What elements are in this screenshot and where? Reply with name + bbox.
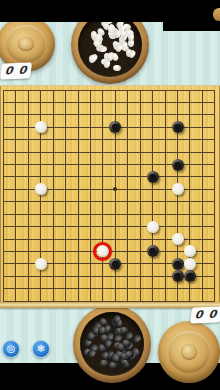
top-black-bar bbox=[0, 0, 220, 22]
grid-line-horizontal bbox=[3, 114, 215, 115]
board-edge bbox=[0, 302, 220, 308]
white-bowl-stone bbox=[111, 52, 120, 62]
grid-line-horizontal bbox=[3, 214, 215, 215]
black-bowl-stone bbox=[99, 359, 110, 369]
white-bowl-stone bbox=[98, 46, 106, 52]
top-black-bar-extension bbox=[163, 22, 220, 31]
black-stone: ● bbox=[172, 258, 184, 270]
target-icon: ◎ bbox=[7, 344, 16, 354]
black-stone: ● bbox=[172, 121, 184, 133]
black-stones-bowl bbox=[73, 305, 151, 383]
white-stone: ○ bbox=[35, 121, 47, 133]
white-stone: ○ bbox=[147, 221, 159, 233]
grid-line-vertical bbox=[28, 90, 29, 302]
grid-line-horizontal bbox=[3, 90, 215, 91]
target-button[interactable]: ◎ bbox=[2, 340, 20, 358]
grid-line-horizontal bbox=[3, 226, 215, 227]
white-bowl-stone bbox=[112, 64, 121, 72]
white-stone: ○ bbox=[35, 183, 47, 195]
grid-line-vertical bbox=[3, 90, 4, 302]
grid-line-horizontal bbox=[3, 139, 215, 140]
white-stone: ○ bbox=[35, 258, 47, 270]
grid-line-vertical bbox=[65, 90, 66, 302]
black-stone: ● bbox=[109, 258, 121, 270]
grid-line-vertical bbox=[53, 90, 54, 302]
star-point bbox=[113, 187, 117, 191]
black-stone: ● bbox=[109, 121, 121, 133]
white-stone: ○ bbox=[184, 245, 196, 257]
grid-line-vertical bbox=[165, 90, 166, 302]
grid-line-vertical bbox=[15, 90, 16, 302]
go-board[interactable]: ○●●●●○○○○○●○○●●○●● bbox=[0, 85, 220, 308]
grid-line-horizontal bbox=[3, 152, 215, 153]
grid-line-vertical bbox=[140, 90, 141, 302]
snowflake-icon: ❄ bbox=[37, 344, 45, 354]
black-stone: ● bbox=[147, 245, 159, 257]
black-bowl-stone bbox=[86, 331, 94, 341]
black-bowl-stone bbox=[113, 334, 122, 341]
bowl-lid-knob bbox=[18, 37, 33, 52]
white-stone: ○ bbox=[172, 233, 184, 245]
bowl-lid-knob bbox=[181, 344, 197, 360]
last-move-marker bbox=[93, 242, 112, 261]
grid-line-horizontal bbox=[3, 102, 215, 103]
black-stone: ● bbox=[172, 159, 184, 171]
capture-counter-black: 0 0 bbox=[190, 306, 220, 323]
capture-counter-white: 0 0 bbox=[0, 62, 32, 79]
white-stone: ○ bbox=[184, 258, 196, 270]
black-stone: ● bbox=[147, 171, 159, 183]
white-bowl-stone bbox=[108, 27, 116, 33]
grid-line-vertical bbox=[202, 90, 203, 302]
black-stone-bowl-lid bbox=[158, 321, 220, 383]
go-game-screen: 0 0 0 0 ◎ ❄ ○●●●●○○○○○●○○●●○●● bbox=[0, 0, 220, 390]
grid-line-vertical bbox=[90, 90, 91, 302]
white-stones-bowl-cavity bbox=[78, 13, 142, 77]
grid-line-vertical bbox=[78, 90, 79, 302]
grid-line-vertical bbox=[102, 90, 103, 302]
grid-line-horizontal bbox=[3, 176, 215, 177]
grid-line-horizontal bbox=[3, 201, 215, 202]
black-stone: ● bbox=[172, 270, 184, 282]
white-stone: ○ bbox=[172, 183, 184, 195]
grid-line-vertical bbox=[127, 90, 128, 302]
grid-line-vertical bbox=[152, 90, 153, 302]
bowl-lid-edge bbox=[213, 8, 220, 21]
grid-line-horizontal bbox=[3, 301, 215, 302]
black-stones-bowl-cavity bbox=[80, 312, 144, 376]
snowflake-button[interactable]: ❄ bbox=[32, 340, 50, 358]
grid-line-vertical bbox=[214, 90, 215, 302]
grid-line-horizontal bbox=[3, 288, 215, 289]
black-stone: ● bbox=[184, 270, 196, 282]
